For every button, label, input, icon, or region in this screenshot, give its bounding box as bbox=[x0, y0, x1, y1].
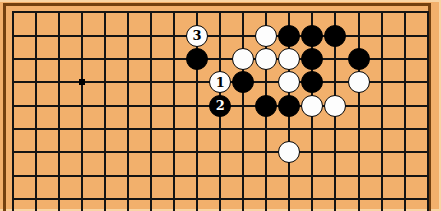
grid-vline bbox=[127, 11, 129, 211]
board-edge-highlight-top bbox=[0, 0, 441, 2]
grid-hline bbox=[12, 128, 429, 130]
grid-vline bbox=[242, 11, 244, 211]
stone-white bbox=[324, 95, 346, 117]
stone-black bbox=[301, 25, 323, 47]
grid-vline bbox=[58, 11, 60, 211]
grid-vline bbox=[173, 11, 175, 211]
stone-black bbox=[278, 25, 300, 47]
grid-vline bbox=[81, 11, 83, 211]
stone-black bbox=[324, 25, 346, 47]
go-board: 312 bbox=[0, 0, 441, 211]
grid-vline bbox=[404, 11, 406, 211]
grid-hline bbox=[12, 151, 429, 153]
stone-white bbox=[348, 71, 370, 93]
stone-black bbox=[278, 95, 300, 117]
grid-vline bbox=[150, 11, 152, 211]
grid-vline bbox=[427, 11, 429, 211]
grid-hline bbox=[12, 198, 429, 200]
stone-black bbox=[255, 95, 277, 117]
move-2-stone-black: 2 bbox=[209, 95, 231, 117]
grid-vline bbox=[381, 11, 383, 211]
grid-hline bbox=[12, 175, 429, 177]
stone-white bbox=[301, 95, 323, 117]
stone-black bbox=[348, 48, 370, 70]
stone-white bbox=[255, 25, 277, 47]
star-point bbox=[79, 79, 85, 85]
grid-vline bbox=[358, 11, 360, 211]
move-3-stone-white: 3 bbox=[186, 25, 208, 47]
grid-vline bbox=[12, 11, 14, 211]
stone-black bbox=[186, 48, 208, 70]
grid-vline bbox=[35, 11, 37, 211]
grid-hline bbox=[12, 11, 429, 13]
grid-vline bbox=[104, 11, 106, 211]
grid-hline bbox=[12, 35, 429, 37]
